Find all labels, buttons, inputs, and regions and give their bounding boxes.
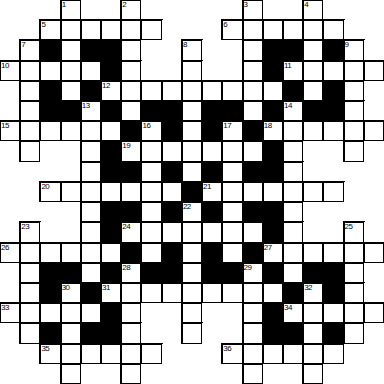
crossword-cell[interactable] [182, 121, 202, 141]
crossword-cell[interactable] [323, 182, 343, 202]
block-cell [283, 81, 303, 101]
crossword-cell[interactable]: 4 [303, 0, 323, 20]
crossword-cell[interactable] [101, 20, 121, 40]
crossword-cell[interactable] [81, 202, 101, 222]
crossword-cell[interactable]: 3 [243, 0, 263, 20]
crossword-cell[interactable] [182, 61, 202, 81]
outside-area [20, 20, 40, 40]
block-cell [283, 283, 303, 303]
crossword-cell[interactable]: 25 [344, 222, 364, 242]
crossword-cell[interactable] [121, 81, 141, 101]
crossword-cell[interactable] [303, 121, 323, 141]
crossword-cell[interactable] [243, 344, 263, 364]
clue-number: 35 [41, 344, 49, 353]
crossword-cell[interactable]: 30 [61, 283, 81, 303]
outside-area [20, 162, 40, 182]
crossword-cell[interactable] [222, 162, 242, 182]
crossword-cell[interactable] [40, 303, 60, 323]
crossword-cell[interactable] [303, 344, 323, 364]
outside-area [40, 364, 60, 384]
crossword-cell[interactable]: 18 [263, 121, 283, 141]
crossword-cell[interactable]: 32 [303, 283, 323, 303]
crossword-cell[interactable] [263, 344, 283, 364]
block-cell [162, 243, 182, 263]
block-cell [202, 101, 222, 121]
clue-number: 1 [62, 0, 66, 9]
crossword-cell[interactable] [182, 243, 202, 263]
crossword-cell[interactable] [364, 121, 384, 141]
crossword-cell[interactable] [81, 121, 101, 141]
outside-area [20, 0, 40, 20]
crossword-cell[interactable] [162, 182, 182, 202]
block-cell [263, 323, 283, 343]
crossword-cell[interactable]: 14 [283, 101, 303, 121]
crossword-cell[interactable] [323, 243, 343, 263]
outside-area [323, 202, 343, 222]
crossword-cell[interactable] [263, 182, 283, 202]
crossword-cell[interactable]: 27 [263, 243, 283, 263]
crossword-cell[interactable] [344, 121, 364, 141]
crossword-cell[interactable] [81, 20, 101, 40]
crossword-cell[interactable] [101, 243, 121, 263]
crossword-cell[interactable] [40, 61, 60, 81]
crossword-cell[interactable] [20, 61, 40, 81]
crossword-cell[interactable] [101, 344, 121, 364]
crossword-cell[interactable] [344, 81, 364, 101]
clue-number: 14 [284, 101, 292, 110]
block-cell [101, 40, 121, 60]
crossword-cell[interactable] [81, 182, 101, 202]
block-cell [323, 323, 343, 343]
crossword-cell[interactable] [182, 303, 202, 323]
crossword-cell[interactable]: 8 [182, 40, 202, 60]
block-cell [162, 101, 182, 121]
block-cell [162, 202, 182, 222]
crossword-cell[interactable] [61, 243, 81, 263]
outside-area [303, 222, 323, 242]
outside-area [40, 0, 60, 20]
crossword-cell[interactable] [101, 182, 121, 202]
outside-area [344, 344, 364, 364]
block-cell [303, 101, 323, 121]
crossword-cell[interactable] [283, 182, 303, 202]
crossword-cell[interactable] [303, 61, 323, 81]
crossword-cell[interactable] [141, 222, 161, 242]
crossword-cell[interactable]: 22 [182, 202, 202, 222]
crossword-cell[interactable]: 21 [202, 182, 222, 202]
crossword-cell[interactable] [263, 283, 283, 303]
block-cell [101, 61, 121, 81]
crossword-cell[interactable] [364, 61, 384, 81]
crossword-cell[interactable] [344, 323, 364, 343]
crossword-cell[interactable]: 35 [40, 344, 60, 364]
outside-area [283, 364, 303, 384]
crossword-cell[interactable]: 1 [61, 0, 81, 20]
crossword-cell[interactable]: 5 [40, 20, 60, 40]
outside-area [364, 323, 384, 343]
crossword-cell[interactable] [222, 283, 242, 303]
crossword-cell[interactable]: 28 [121, 263, 141, 283]
crossword-cell[interactable]: 9 [344, 40, 364, 60]
crossword-cell[interactable] [182, 283, 202, 303]
crossword-cell[interactable] [263, 81, 283, 101]
outside-area [364, 344, 384, 364]
crossword-cell[interactable] [243, 222, 263, 242]
outside-area [0, 222, 20, 242]
crossword-cell[interactable] [40, 243, 60, 263]
clue-number: 31 [102, 283, 110, 292]
crossword-cell[interactable] [303, 364, 323, 384]
outside-area [0, 0, 20, 20]
clue-number: 20 [41, 182, 49, 191]
clue-number: 7 [21, 40, 25, 49]
outside-area [364, 222, 384, 242]
crossword-cell[interactable] [202, 81, 222, 101]
crossword-cell[interactable] [202, 283, 222, 303]
clue-number: 33 [1, 303, 9, 312]
clue-number: 9 [345, 40, 349, 49]
crossword-cell[interactable] [182, 101, 202, 121]
crossword-cell[interactable] [20, 303, 40, 323]
block-cell [121, 121, 141, 141]
outside-area [141, 61, 161, 81]
outside-area [364, 283, 384, 303]
crossword-cell[interactable] [101, 121, 121, 141]
crossword-cell[interactable] [243, 40, 263, 60]
crossword-cell[interactable] [243, 141, 263, 161]
outside-area [0, 101, 20, 121]
block-cell [121, 202, 141, 222]
crossword-cell[interactable] [121, 364, 141, 384]
crossword-cell[interactable] [81, 141, 101, 161]
crossword-cell[interactable] [121, 323, 141, 343]
crossword-cell[interactable] [344, 243, 364, 263]
crossword-cell[interactable] [283, 263, 303, 283]
crossword-cell[interactable] [344, 141, 364, 161]
crossword-cell[interactable] [61, 20, 81, 40]
outside-area [141, 364, 161, 384]
crossword-cell[interactable] [81, 222, 101, 242]
crossword-cell[interactable] [20, 81, 40, 101]
outside-area [263, 364, 283, 384]
block-cell [101, 101, 121, 121]
clue-number: 10 [1, 61, 9, 70]
block-cell [182, 182, 202, 202]
crossword-cell[interactable] [364, 303, 384, 323]
crossword-cell[interactable]: 29 [243, 263, 263, 283]
crossword-cell[interactable]: 36 [222, 344, 242, 364]
crossword-cell[interactable]: 20 [40, 182, 60, 202]
crossword-cell[interactable] [283, 141, 303, 161]
crossword-cell[interactable] [243, 364, 263, 384]
outside-area [364, 0, 384, 20]
crossword-cell[interactable] [162, 81, 182, 101]
block-cell [162, 121, 182, 141]
outside-area [0, 263, 20, 283]
outside-area [364, 101, 384, 121]
crossword-cell[interactable] [222, 222, 242, 242]
crossword-cell[interactable] [222, 243, 242, 263]
outside-area [141, 303, 161, 323]
crossword-cell[interactable] [182, 141, 202, 161]
outside-area [222, 40, 242, 60]
clue-number: 13 [82, 101, 90, 110]
crossword-cell[interactable] [283, 202, 303, 222]
crossword-cell[interactable]: 19 [121, 141, 141, 161]
crossword-cell[interactable] [222, 202, 242, 222]
crossword-cell[interactable] [121, 20, 141, 40]
crossword-cell[interactable] [121, 61, 141, 81]
block-cell [263, 202, 283, 222]
outside-area [0, 364, 20, 384]
outside-area [364, 202, 384, 222]
crossword-cell[interactable] [243, 283, 263, 303]
clue-number: 36 [223, 344, 231, 353]
block-cell [162, 263, 182, 283]
outside-area [202, 0, 222, 20]
crossword-cell[interactable] [162, 283, 182, 303]
crossword-cell[interactable] [344, 303, 364, 323]
block-cell [263, 101, 283, 121]
crossword-cell[interactable] [344, 263, 364, 283]
outside-area [101, 364, 121, 384]
outside-area [61, 202, 81, 222]
crossword-cell[interactable] [344, 283, 364, 303]
crossword-cell[interactable] [61, 364, 81, 384]
crossword-cell[interactable] [303, 81, 323, 101]
crossword-cell[interactable] [243, 101, 263, 121]
block-cell [202, 202, 222, 222]
crossword-cell[interactable]: 26 [0, 243, 20, 263]
crossword-cell[interactable] [303, 323, 323, 343]
outside-area [0, 283, 20, 303]
crossword-cell[interactable] [141, 20, 161, 40]
outside-area [0, 141, 20, 161]
crossword-cell[interactable] [283, 162, 303, 182]
crossword-cell[interactable] [182, 162, 202, 182]
crossword-cell[interactable] [81, 61, 101, 81]
crossword-cell[interactable] [344, 61, 364, 81]
outside-area [162, 61, 182, 81]
crossword-cell[interactable] [20, 141, 40, 161]
outside-area [0, 81, 20, 101]
crossword-cell[interactable] [141, 141, 161, 161]
crossword-cell[interactable]: 7 [20, 40, 40, 60]
crossword-cell[interactable] [243, 182, 263, 202]
block-cell [40, 263, 60, 283]
outside-area [162, 323, 182, 343]
crossword-cell[interactable] [283, 222, 303, 242]
outside-area [364, 364, 384, 384]
crossword-cell[interactable]: 16 [141, 121, 161, 141]
block-cell [141, 263, 161, 283]
crossword-cell[interactable]: 23 [20, 222, 40, 242]
crossword-cell[interactable] [141, 162, 161, 182]
crossword-cell[interactable] [81, 243, 101, 263]
crossword-cell[interactable] [323, 344, 343, 364]
crossword-cell[interactable]: 24 [121, 222, 141, 242]
block-cell [323, 101, 343, 121]
clue-number: 8 [183, 40, 187, 49]
block-cell [202, 263, 222, 283]
block-cell [202, 121, 222, 141]
outside-area [0, 323, 20, 343]
outside-area [222, 0, 242, 20]
crossword-cell[interactable] [303, 20, 323, 40]
crossword-cell[interactable] [202, 141, 222, 161]
crossword-cell[interactable] [243, 81, 263, 101]
crossword-cell[interactable] [20, 263, 40, 283]
clue-number: 29 [244, 263, 252, 272]
outside-area [40, 141, 60, 161]
crossword-cell[interactable]: 10 [0, 61, 20, 81]
outside-area [283, 0, 303, 20]
crossword-cell[interactable]: 11 [283, 61, 303, 81]
outside-area [141, 323, 161, 343]
crossword-cell[interactable]: 2 [121, 0, 141, 20]
clue-number: 21 [203, 182, 211, 191]
outside-area [81, 364, 101, 384]
crossword-cell[interactable] [81, 162, 101, 182]
crossword-cell[interactable] [61, 121, 81, 141]
block-cell [323, 283, 343, 303]
crossword-cell[interactable] [61, 323, 81, 343]
outside-area [323, 141, 343, 161]
block-cell [283, 323, 303, 343]
crossword-cell[interactable] [81, 263, 101, 283]
outside-area [364, 81, 384, 101]
crossword-cell[interactable] [141, 202, 161, 222]
block-cell [263, 162, 283, 182]
outside-area [81, 0, 101, 20]
crossword-cell[interactable] [243, 20, 263, 40]
crossword-cell[interactable] [121, 283, 141, 303]
outside-area [182, 364, 202, 384]
outside-area [303, 202, 323, 222]
crossword-cell[interactable] [162, 141, 182, 161]
crossword-cell[interactable]: 31 [101, 283, 121, 303]
crossword-cell[interactable] [303, 182, 323, 202]
block-cell [101, 222, 121, 242]
crossword-cell[interactable] [20, 323, 40, 343]
crossword-cell[interactable] [162, 222, 182, 242]
clue-number: 17 [223, 121, 231, 130]
crossword-cell[interactable] [344, 101, 364, 121]
crossword-cell[interactable] [243, 61, 263, 81]
crossword-cell[interactable] [222, 182, 242, 202]
crossword-cell[interactable] [182, 323, 202, 343]
crossword-cell[interactable]: 33 [0, 303, 20, 323]
crossword-cell[interactable] [61, 61, 81, 81]
crossword-cell[interactable] [303, 40, 323, 60]
crossword-cell[interactable] [121, 182, 141, 202]
block-cell [162, 162, 182, 182]
crossword-cell[interactable] [20, 101, 40, 121]
outside-area [263, 0, 283, 20]
block-cell [101, 263, 121, 283]
crossword-cell[interactable] [182, 222, 202, 242]
crossword-cell[interactable] [263, 20, 283, 40]
crossword-cell[interactable] [323, 61, 343, 81]
block-cell [202, 243, 222, 263]
block-cell [121, 243, 141, 263]
crossword-cell[interactable] [121, 344, 141, 364]
block-cell [263, 61, 283, 81]
crossword-cell[interactable] [222, 81, 242, 101]
crossword-cell[interactable] [323, 20, 343, 40]
block-cell [243, 121, 263, 141]
crossword-cell[interactable] [182, 81, 202, 101]
block-cell [202, 162, 222, 182]
crossword-cell[interactable] [61, 182, 81, 202]
crossword-cell[interactable]: 6 [222, 20, 242, 40]
block-cell [323, 263, 343, 283]
crossword-cell[interactable] [141, 182, 161, 202]
outside-area [162, 40, 182, 60]
crossword-cell[interactable] [364, 243, 384, 263]
crossword-cell[interactable] [323, 121, 343, 141]
crossword-cell[interactable] [283, 344, 303, 364]
crossword-cell[interactable] [121, 40, 141, 60]
crossword-cell[interactable]: 15 [0, 121, 20, 141]
crossword-cell[interactable] [20, 283, 40, 303]
crossword-cell[interactable]: 12 [101, 81, 121, 101]
crossword-cell[interactable]: 17 [222, 121, 242, 141]
crossword-cell[interactable] [303, 303, 323, 323]
crossword-cell[interactable] [202, 222, 222, 242]
clue-number: 23 [21, 222, 29, 231]
block-cell [243, 162, 263, 182]
crossword-cell[interactable] [61, 40, 81, 60]
crossword-cell[interactable] [20, 243, 40, 263]
crossword-cell[interactable] [323, 303, 343, 323]
crossword-cell[interactable] [222, 141, 242, 161]
crossword-cell[interactable] [121, 101, 141, 121]
crossword-cell[interactable] [20, 121, 40, 141]
crossword-cell[interactable] [40, 121, 60, 141]
crossword-cell[interactable] [61, 81, 81, 101]
clue-number: 28 [122, 263, 130, 272]
crossword-cell[interactable] [303, 243, 323, 263]
crossword-cell[interactable] [121, 303, 141, 323]
crossword-cell[interactable] [283, 243, 303, 263]
crossword-cell[interactable] [283, 20, 303, 40]
block-cell [101, 202, 121, 222]
crossword-cell[interactable]: 34 [283, 303, 303, 323]
crossword-cell[interactable] [141, 81, 161, 101]
crossword-cell[interactable] [182, 263, 202, 283]
outside-area [162, 20, 182, 40]
crossword-cell[interactable] [283, 121, 303, 141]
crossword-cell[interactable] [141, 283, 161, 303]
block-cell [81, 283, 101, 303]
crossword-cell[interactable] [243, 323, 263, 343]
clue-number: 16 [142, 121, 150, 130]
outside-area [202, 61, 222, 81]
crossword-cell[interactable] [141, 243, 161, 263]
outside-area [323, 364, 343, 384]
crossword-cell[interactable] [81, 303, 101, 323]
crossword-cell[interactable] [61, 344, 81, 364]
crossword-cell[interactable] [81, 344, 101, 364]
outside-area [364, 182, 384, 202]
block-cell [121, 162, 141, 182]
crossword-cell[interactable] [141, 344, 161, 364]
crossword-cell[interactable] [243, 303, 263, 323]
crossword-cell[interactable]: 13 [81, 101, 101, 121]
outside-area [303, 162, 323, 182]
crossword-cell[interactable] [61, 303, 81, 323]
